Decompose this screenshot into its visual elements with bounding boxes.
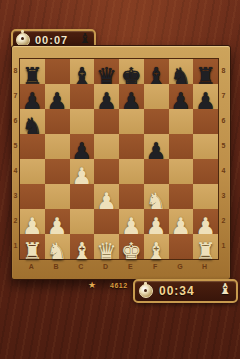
black-player-piece-icon: ♝ (78, 31, 91, 45)
square-d5[interactable] (94, 134, 119, 159)
square-g2[interactable]: ♟ (169, 209, 194, 234)
square-e8[interactable]: ♚ (119, 59, 144, 84)
square-h5[interactable] (193, 134, 218, 159)
square-a2[interactable]: ♟ (20, 209, 45, 234)
chess-board[interactable]: 87654321 87654321 ♜♝♛♚♝♞♜♟♟♟♟♟♟♞♟♟♟♟♞♟♟♟… (11, 45, 231, 280)
square-a3[interactable] (20, 184, 45, 209)
rank-label-5: 5 (12, 133, 19, 158)
square-c7[interactable] (70, 84, 95, 109)
square-e5[interactable] (119, 134, 144, 159)
square-c5[interactable]: ♟ (70, 134, 95, 159)
square-h6[interactable] (193, 109, 218, 134)
board-grid[interactable]: ♜♝♛♚♝♞♜♟♟♟♟♟♟♞♟♟♟♟♞♟♟♟♟♟♟♜♞♝♛♚♝♜ (19, 58, 219, 260)
square-f4[interactable] (144, 159, 169, 184)
piece-white-bishop-f1[interactable]: ♝ (146, 240, 167, 263)
file-label-g: G (168, 258, 193, 275)
square-e6[interactable] (119, 109, 144, 134)
piece-white-rook-a1[interactable]: ♜ (22, 240, 43, 263)
square-b5[interactable] (45, 134, 70, 159)
square-g5[interactable] (169, 134, 194, 159)
piece-white-knight-b1[interactable]: ♞ (47, 240, 68, 263)
square-f6[interactable] (144, 109, 169, 134)
white-timer-value: 00:34 (159, 284, 195, 298)
rank-label-1: 1 (12, 233, 19, 258)
square-g8[interactable]: ♞ (169, 59, 194, 84)
score-group[interactable]: ★ 4612 (88, 279, 128, 292)
square-d2[interactable] (94, 209, 119, 234)
square-g7[interactable]: ♟ (169, 84, 194, 109)
square-e4[interactable] (119, 159, 144, 184)
square-a6[interactable]: ♞ (20, 109, 45, 134)
square-e2[interactable]: ♟ (119, 209, 144, 234)
chess-app-screen: 00:07 ♝ 87654321 87654321 ♜♝♛♚♝♞♜♟♟♟♟♟♟♞… (0, 0, 240, 359)
score-value: 4612 (110, 282, 128, 289)
square-e7[interactable]: ♟ (119, 84, 144, 109)
piece-white-king-e1[interactable]: ♚ (121, 240, 142, 263)
square-b6[interactable] (45, 109, 70, 134)
square-g1[interactable] (169, 234, 194, 259)
rank-label-3: 3 (12, 183, 19, 208)
square-a4[interactable] (20, 159, 45, 184)
square-d3[interactable]: ♟ (94, 184, 119, 209)
rank-label-8: 8 (12, 58, 19, 83)
square-f8[interactable]: ♝ (144, 59, 169, 84)
square-c6[interactable] (70, 109, 95, 134)
square-h4[interactable] (193, 159, 218, 184)
rank-label-7: 7 (12, 83, 19, 108)
square-f2[interactable]: ♟ (144, 209, 169, 234)
square-b4[interactable] (45, 159, 70, 184)
square-b2[interactable]: ♟ (45, 209, 70, 234)
rank-label-6: 6 (12, 108, 19, 133)
square-h1[interactable]: ♜ (193, 234, 218, 259)
square-h8[interactable]: ♜ (193, 59, 218, 84)
square-f1[interactable]: ♝ (144, 234, 169, 259)
square-a7[interactable]: ♟ (20, 84, 45, 109)
rank-label-2: 2 (12, 208, 19, 233)
square-c2[interactable] (70, 209, 95, 234)
square-h2[interactable]: ♟ (193, 209, 218, 234)
square-g4[interactable] (169, 159, 194, 184)
square-a8[interactable]: ♜ (20, 59, 45, 84)
square-f7[interactable] (144, 84, 169, 109)
square-e1[interactable]: ♚ (119, 234, 144, 259)
square-a5[interactable] (20, 134, 45, 159)
stopwatch-icon (139, 284, 153, 298)
square-c1[interactable]: ♝ (70, 234, 95, 259)
rank-labels-left: 87654321 (12, 58, 19, 258)
star-icon[interactable]: ★ (88, 281, 96, 290)
square-g3[interactable] (169, 184, 194, 209)
square-d6[interactable] (94, 109, 119, 134)
square-d7[interactable]: ♟ (94, 84, 119, 109)
square-f3[interactable]: ♞ (144, 184, 169, 209)
square-b7[interactable]: ♟ (45, 84, 70, 109)
square-e3[interactable] (119, 184, 144, 209)
square-f5[interactable]: ♟ (144, 134, 169, 159)
square-b1[interactable]: ♞ (45, 234, 70, 259)
square-h3[interactable] (193, 184, 218, 209)
square-g6[interactable] (169, 109, 194, 134)
rank-label-4: 4 (12, 158, 19, 183)
square-b3[interactable] (45, 184, 70, 209)
square-d1[interactable]: ♛ (94, 234, 119, 259)
white-timer-badge: 00:34 ♝ (133, 279, 238, 303)
black-timer-value: 00:07 (35, 34, 68, 46)
square-c4[interactable]: ♟ (70, 159, 95, 184)
square-h7[interactable]: ♟ (193, 84, 218, 109)
square-b8[interactable] (45, 59, 70, 84)
square-c3[interactable] (70, 184, 95, 209)
piece-white-queen-d1[interactable]: ♛ (96, 240, 117, 263)
white-player-piece-icon: ♝ (219, 282, 232, 297)
piece-white-rook-h1[interactable]: ♜ (195, 240, 216, 263)
square-d4[interactable] (94, 159, 119, 184)
square-c8[interactable]: ♝ (70, 59, 95, 84)
square-a1[interactable]: ♜ (20, 234, 45, 259)
square-d8[interactable]: ♛ (94, 59, 119, 84)
piece-white-bishop-c1[interactable]: ♝ (72, 240, 93, 263)
